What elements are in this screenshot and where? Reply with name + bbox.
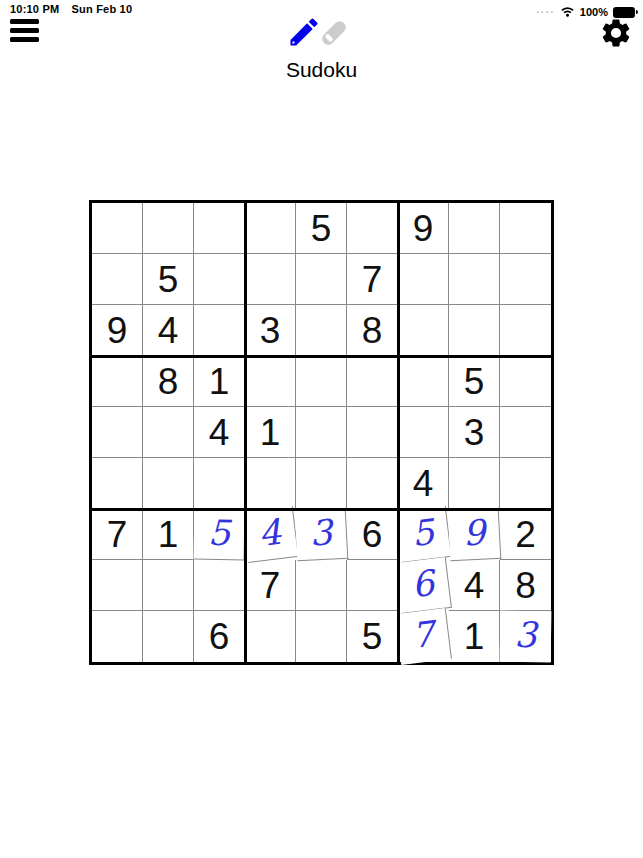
cell-r5c8[interactable]: 3 <box>449 407 500 458</box>
cellular-signal-icon: ···· <box>536 7 555 18</box>
sudoku-board: 595794388154134715436592764865713 <box>89 200 554 665</box>
cell-r3c2[interactable]: 4 <box>143 305 194 356</box>
menu-icon[interactable] <box>10 19 39 42</box>
cell-r1c5[interactable]: 5 <box>296 203 347 254</box>
cell-r7c9[interactable]: 2 <box>500 509 551 560</box>
sudoku-cells: 595794388154134715436592764865713 <box>92 203 551 662</box>
cell-r2c9[interactable] <box>500 254 551 305</box>
cell-r4c1[interactable] <box>92 356 143 407</box>
cell-r4c5[interactable] <box>296 356 347 407</box>
cell-r2c2[interactable]: 5 <box>143 254 194 305</box>
cell-r9c6[interactable]: 5 <box>347 611 398 662</box>
cell-r2c3[interactable] <box>194 254 245 305</box>
cell-r5c6[interactable] <box>347 407 398 458</box>
cell-r1c3[interactable] <box>194 203 245 254</box>
cell-r3c3[interactable] <box>194 305 245 356</box>
cell-r8c9[interactable]: 8 <box>500 560 551 611</box>
cell-r2c7[interactable] <box>398 254 449 305</box>
cell-r9c7[interactable]: 7 <box>395 608 452 665</box>
cell-r1c8[interactable] <box>449 203 500 254</box>
cell-r5c5[interactable] <box>296 407 347 458</box>
cell-r1c9[interactable] <box>500 203 551 254</box>
cell-r1c7[interactable]: 9 <box>398 203 449 254</box>
cell-r3c6[interactable]: 8 <box>347 305 398 356</box>
cell-r5c3[interactable]: 4 <box>194 407 245 458</box>
cell-r2c1[interactable] <box>92 254 143 305</box>
cell-r3c4[interactable]: 3 <box>245 305 296 356</box>
cell-r8c5[interactable] <box>296 560 347 611</box>
cell-r6c5[interactable] <box>296 458 347 509</box>
cell-r5c4[interactable]: 1 <box>245 407 296 458</box>
status-time: 10:10 PM <box>10 3 59 15</box>
cell-r2c8[interactable] <box>449 254 500 305</box>
cell-r4c9[interactable] <box>500 356 551 407</box>
cell-r9c3[interactable]: 6 <box>194 611 245 662</box>
box-separator-vertical-1 <box>244 203 247 662</box>
cell-r8c3[interactable] <box>194 560 245 611</box>
cell-r7c8[interactable]: 9 <box>448 508 502 562</box>
box-separator-horizontal-2 <box>92 508 551 511</box>
cell-r3c9[interactable] <box>500 305 551 356</box>
cell-r2c4[interactable] <box>245 254 296 305</box>
cell-r8c6[interactable] <box>347 560 398 611</box>
cell-r1c1[interactable] <box>92 203 143 254</box>
cell-r5c7[interactable] <box>398 407 449 458</box>
cell-r9c5[interactable] <box>296 611 347 662</box>
cell-r8c2[interactable] <box>143 560 194 611</box>
eraser-icon[interactable] <box>318 17 350 53</box>
cell-r7c4[interactable]: 4 <box>242 506 299 563</box>
gear-icon[interactable] <box>599 16 633 54</box>
cell-r6c3[interactable] <box>194 458 245 509</box>
cell-r4c3[interactable]: 1 <box>194 356 245 407</box>
cell-r5c9[interactable] <box>500 407 551 458</box>
cell-r6c9[interactable] <box>500 458 551 509</box>
cell-r7c1[interactable]: 7 <box>92 509 143 560</box>
cell-r2c6[interactable]: 7 <box>347 254 398 305</box>
cell-r6c4[interactable] <box>245 458 296 509</box>
status-date: Sun Feb 10 <box>72 3 133 15</box>
cell-r7c3[interactable]: 5 <box>194 509 246 561</box>
cell-r5c1[interactable] <box>92 407 143 458</box>
cell-r1c6[interactable] <box>347 203 398 254</box>
cell-r6c6[interactable] <box>347 458 398 509</box>
cell-r9c9[interactable]: 3 <box>500 611 552 663</box>
cell-r5c2[interactable] <box>143 407 194 458</box>
cell-r4c8[interactable]: 5 <box>449 356 500 407</box>
cell-r9c1[interactable] <box>92 611 143 662</box>
cell-r1c4[interactable] <box>245 203 296 254</box>
cell-r7c6[interactable]: 6 <box>347 509 398 560</box>
pen-icon[interactable] <box>286 14 322 54</box>
cell-r4c6[interactable] <box>347 356 398 407</box>
cell-r4c4[interactable] <box>245 356 296 407</box>
page-title: Sudoku <box>0 58 643 82</box>
cell-r9c8[interactable]: 1 <box>449 611 500 662</box>
status-time-date: 10:10 PM Sun Feb 10 <box>10 3 132 15</box>
sudoku-app: 10:10 PM Sun Feb 10 ···· 100% <box>0 0 643 858</box>
cell-r2c5[interactable] <box>296 254 347 305</box>
cell-r8c8[interactable]: 4 <box>449 560 500 611</box>
cell-r1c2[interactable] <box>143 203 194 254</box>
cell-r6c2[interactable] <box>143 458 194 509</box>
cell-r3c7[interactable] <box>398 305 449 356</box>
cell-r3c8[interactable] <box>449 305 500 356</box>
box-separator-horizontal-1 <box>92 355 551 358</box>
wifi-icon <box>560 3 575 21</box>
cell-r9c4[interactable] <box>245 611 296 662</box>
cell-r7c2[interactable]: 1 <box>143 509 194 560</box>
cell-r6c8[interactable] <box>449 458 500 509</box>
cell-r6c7[interactable]: 4 <box>398 458 449 509</box>
cell-r6c1[interactable] <box>92 458 143 509</box>
cell-r3c5[interactable] <box>296 305 347 356</box>
cell-r9c2[interactable] <box>143 611 194 662</box>
cell-r8c7[interactable]: 6 <box>395 557 452 614</box>
cell-r4c7[interactable] <box>398 356 449 407</box>
cell-r7c7[interactable]: 5 <box>395 506 452 563</box>
cell-r7c5[interactable]: 3 <box>295 508 349 562</box>
box-separator-vertical-2 <box>397 203 400 662</box>
cell-r8c4[interactable]: 7 <box>245 560 296 611</box>
cell-r4c2[interactable]: 8 <box>143 356 194 407</box>
cell-r8c1[interactable] <box>92 560 143 611</box>
cell-r3c1[interactable]: 9 <box>92 305 143 356</box>
